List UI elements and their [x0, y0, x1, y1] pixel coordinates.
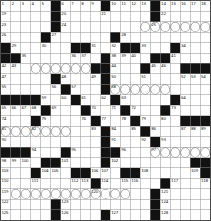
cell[interactable]: 21: [101, 11, 110, 21]
cell[interactable]: 59: [41, 95, 50, 105]
cell[interactable]: 110: [1, 179, 10, 189]
cell[interactable]: 71: [111, 106, 120, 116]
cell[interactable]: 118: [201, 179, 210, 189]
cell[interactable]: 27: [51, 32, 60, 42]
cell[interactable]: 97: [151, 147, 160, 157]
cell[interactable]: 61: [81, 95, 90, 105]
cell[interactable]: [181, 179, 190, 189]
cell[interactable]: [141, 179, 150, 189]
cell[interactable]: [151, 168, 160, 178]
cell[interactable]: 80: [161, 116, 170, 126]
cell[interactable]: [21, 32, 30, 42]
cell[interactable]: 75: [41, 116, 50, 126]
cell[interactable]: [191, 22, 200, 32]
cell[interactable]: 107: [101, 168, 110, 178]
cell[interactable]: [161, 74, 170, 84]
cell[interactable]: 94: [31, 147, 40, 157]
cell[interactable]: [71, 64, 80, 74]
cell[interactable]: [201, 137, 210, 147]
cell[interactable]: 128: [161, 210, 170, 220]
cell[interactable]: [81, 158, 90, 168]
cell[interactable]: [31, 200, 40, 210]
cell[interactable]: [31, 137, 40, 147]
cell[interactable]: [41, 200, 50, 210]
cell[interactable]: [171, 137, 180, 147]
cell[interactable]: [81, 74, 90, 84]
cell[interactable]: [91, 137, 100, 147]
cell[interactable]: [81, 22, 90, 32]
cell[interactable]: 117: [171, 179, 180, 189]
cell[interactable]: 76: [81, 116, 90, 126]
cell[interactable]: [171, 32, 180, 42]
cell[interactable]: [161, 85, 170, 95]
cell[interactable]: [201, 147, 210, 157]
cell[interactable]: [21, 22, 30, 32]
cell[interactable]: [121, 85, 130, 95]
cell[interactable]: 36: [71, 53, 80, 63]
cell[interactable]: [61, 179, 70, 189]
cell[interactable]: [91, 11, 100, 21]
cell[interactable]: 105: [51, 168, 60, 178]
cell[interactable]: [121, 158, 130, 168]
cell[interactable]: [181, 85, 190, 95]
cell[interactable]: [191, 137, 200, 147]
cell[interactable]: [191, 189, 200, 199]
cell[interactable]: [61, 32, 70, 42]
cell[interactable]: 116: [131, 179, 140, 189]
cell[interactable]: 22: [161, 11, 170, 21]
cell[interactable]: [51, 189, 60, 199]
cell[interactable]: [11, 116, 20, 126]
cell[interactable]: [91, 22, 100, 32]
cell[interactable]: 79: [141, 116, 150, 126]
cell[interactable]: 29: [11, 43, 20, 53]
cell[interactable]: [191, 32, 200, 42]
cell[interactable]: [71, 137, 80, 147]
cell[interactable]: 24: [61, 22, 70, 32]
cell[interactable]: [151, 106, 160, 116]
cell[interactable]: [81, 85, 90, 95]
cell[interactable]: [131, 74, 140, 84]
cell[interactable]: [181, 53, 190, 63]
cell[interactable]: [51, 64, 60, 74]
cell[interactable]: [121, 22, 130, 32]
cell[interactable]: [201, 11, 210, 21]
cell[interactable]: 111: [31, 179, 40, 189]
cell[interactable]: 92: [141, 137, 150, 147]
cell[interactable]: 102: [111, 158, 120, 168]
cell[interactable]: [41, 22, 50, 32]
cell[interactable]: [11, 22, 20, 32]
cell[interactable]: [111, 116, 120, 126]
cell[interactable]: 122: [1, 200, 10, 210]
cell[interactable]: [171, 210, 180, 220]
cell[interactable]: 19: [1, 11, 10, 21]
cell[interactable]: [71, 106, 80, 116]
cell[interactable]: 114: [101, 179, 110, 189]
cell[interactable]: [11, 200, 20, 210]
cell[interactable]: 58: [111, 85, 120, 95]
cell[interactable]: [161, 43, 170, 53]
cell[interactable]: [91, 147, 100, 157]
cell[interactable]: [101, 200, 110, 210]
cell[interactable]: [131, 137, 140, 147]
cell[interactable]: [111, 11, 120, 21]
cell[interactable]: 20: [61, 11, 70, 21]
cell[interactable]: [121, 200, 130, 210]
cell[interactable]: [21, 74, 30, 84]
cell[interactable]: [131, 200, 140, 210]
cell[interactable]: 65: [1, 106, 10, 116]
cell[interactable]: [141, 189, 150, 199]
cell[interactable]: 54: [201, 74, 210, 84]
cell[interactable]: [31, 11, 40, 21]
cell[interactable]: 55: [1, 85, 10, 95]
cell[interactable]: [81, 126, 90, 136]
cell[interactable]: [151, 32, 160, 42]
cell[interactable]: 89: [201, 126, 210, 136]
cell[interactable]: [191, 147, 200, 157]
cell[interactable]: [91, 210, 100, 220]
cell[interactable]: [141, 95, 150, 105]
cell[interactable]: [31, 32, 40, 42]
cell[interactable]: [11, 85, 20, 95]
cell[interactable]: [91, 200, 100, 210]
cell[interactable]: 23: [1, 22, 10, 32]
cell[interactable]: [71, 158, 80, 168]
cell[interactable]: 18: [201, 1, 210, 11]
cell[interactable]: 68: [31, 106, 40, 116]
cell[interactable]: [181, 32, 190, 42]
cell[interactable]: 66: [11, 106, 20, 116]
cell[interactable]: [131, 32, 140, 42]
cell[interactable]: 44: [111, 64, 120, 74]
cell[interactable]: [71, 11, 80, 21]
cell[interactable]: 87: [181, 126, 190, 136]
cell[interactable]: 7: [71, 1, 80, 11]
cell[interactable]: [171, 22, 180, 32]
cell[interactable]: [191, 11, 200, 21]
cell[interactable]: [101, 189, 110, 199]
cell[interactable]: [71, 200, 80, 210]
cell[interactable]: [181, 200, 190, 210]
cell[interactable]: [41, 189, 50, 199]
cell[interactable]: [151, 116, 160, 126]
cell[interactable]: [51, 147, 60, 157]
cell[interactable]: [191, 95, 200, 105]
cell[interactable]: [51, 137, 60, 147]
cell[interactable]: 103: [1, 168, 10, 178]
cell[interactable]: [21, 43, 30, 53]
cell[interactable]: [21, 210, 30, 220]
cell[interactable]: 96: [121, 147, 130, 157]
cell[interactable]: [71, 32, 80, 42]
cell[interactable]: 6: [61, 1, 70, 11]
cell[interactable]: 108: [141, 168, 150, 178]
cell[interactable]: [61, 106, 70, 116]
cell[interactable]: 64: [181, 95, 190, 105]
cell[interactable]: [141, 85, 150, 95]
cell[interactable]: 39: [121, 53, 130, 63]
cell[interactable]: [151, 179, 160, 189]
cell[interactable]: [81, 64, 90, 74]
cell[interactable]: [91, 85, 100, 95]
cell[interactable]: [81, 210, 90, 220]
cell[interactable]: [171, 116, 180, 126]
cell[interactable]: [11, 137, 20, 147]
cell[interactable]: [11, 126, 20, 136]
cell[interactable]: 123: [61, 200, 70, 210]
cell[interactable]: [161, 95, 170, 105]
cell[interactable]: [31, 189, 40, 199]
cell[interactable]: [171, 85, 180, 95]
cell[interactable]: 5: [41, 1, 50, 11]
cell[interactable]: [171, 200, 180, 210]
cell[interactable]: [181, 189, 190, 199]
cell[interactable]: 50: [111, 74, 120, 84]
cell[interactable]: [111, 168, 120, 178]
cell[interactable]: [131, 64, 140, 74]
cell[interactable]: [181, 137, 190, 147]
cell[interactable]: 95: [71, 147, 80, 157]
cell[interactable]: [41, 210, 50, 220]
cell[interactable]: [161, 147, 170, 157]
cell[interactable]: [201, 200, 210, 210]
cell[interactable]: 112: [71, 179, 80, 189]
cell[interactable]: 9: [91, 1, 100, 11]
cell[interactable]: 46: [161, 64, 170, 74]
cell[interactable]: [41, 64, 50, 74]
cell[interactable]: [181, 168, 190, 178]
cell[interactable]: [191, 200, 200, 210]
cell[interactable]: [31, 43, 40, 53]
cell[interactable]: 40: [131, 53, 140, 63]
cell[interactable]: [21, 200, 30, 210]
cell[interactable]: [21, 179, 30, 189]
cell[interactable]: [181, 147, 190, 157]
cell[interactable]: [91, 53, 100, 63]
cell[interactable]: [131, 147, 140, 157]
cell[interactable]: 2: [11, 1, 20, 11]
cell[interactable]: 62: [101, 95, 110, 105]
cell[interactable]: 53: [191, 74, 200, 84]
cell[interactable]: [161, 126, 170, 136]
cell[interactable]: [131, 85, 140, 95]
cell[interactable]: 26: [1, 32, 10, 42]
cell[interactable]: [11, 189, 20, 199]
cell[interactable]: [61, 116, 70, 126]
cell[interactable]: 1: [1, 1, 10, 11]
cell[interactable]: [41, 74, 50, 84]
cell[interactable]: [191, 85, 200, 95]
cell[interactable]: [141, 11, 150, 21]
cell[interactable]: 100: [21, 158, 30, 168]
cell[interactable]: [31, 74, 40, 84]
cell[interactable]: [171, 168, 180, 178]
cell[interactable]: [21, 126, 30, 136]
cell[interactable]: 69: [51, 106, 60, 116]
cell[interactable]: [51, 126, 60, 136]
cell[interactable]: 13: [141, 1, 150, 11]
cell[interactable]: [121, 137, 130, 147]
cell[interactable]: 84: [111, 126, 120, 136]
cell[interactable]: 88: [191, 126, 200, 136]
cell[interactable]: [61, 168, 70, 178]
cell[interactable]: [41, 11, 50, 21]
cell[interactable]: [171, 64, 180, 74]
cell[interactable]: [51, 95, 60, 105]
cell[interactable]: [51, 116, 60, 126]
cell[interactable]: 51: [141, 74, 150, 84]
cell[interactable]: [31, 210, 40, 220]
cell[interactable]: 93: [161, 137, 170, 147]
cell[interactable]: [61, 137, 70, 147]
cell[interactable]: 125: [1, 210, 10, 220]
cell[interactable]: [171, 74, 180, 84]
cell[interactable]: [121, 74, 130, 84]
cell[interactable]: [131, 158, 140, 168]
cell[interactable]: [201, 43, 210, 53]
cell[interactable]: [81, 11, 90, 21]
cell[interactable]: [21, 116, 30, 126]
cell[interactable]: [181, 210, 190, 220]
cell[interactable]: [141, 158, 150, 168]
cell[interactable]: 17: [191, 1, 200, 11]
cell[interactable]: 78: [121, 116, 130, 126]
cell[interactable]: 104: [41, 168, 50, 178]
cell[interactable]: [81, 200, 90, 210]
cell[interactable]: [71, 22, 80, 32]
cell[interactable]: [11, 210, 20, 220]
cell[interactable]: [201, 53, 210, 63]
cell[interactable]: 47: [1, 74, 10, 84]
cell[interactable]: [141, 53, 150, 63]
cell[interactable]: [191, 53, 200, 63]
cell[interactable]: 3: [21, 1, 30, 11]
cell[interactable]: [161, 22, 170, 32]
cell[interactable]: [41, 137, 50, 147]
cell[interactable]: [201, 85, 210, 95]
cell[interactable]: [191, 210, 200, 220]
cell[interactable]: 14: [161, 1, 170, 11]
cell[interactable]: 37: [81, 53, 90, 63]
cell[interactable]: 63: [121, 95, 130, 105]
cell[interactable]: [21, 85, 30, 95]
cell[interactable]: 91: [111, 137, 120, 147]
cell[interactable]: [61, 64, 70, 74]
cell[interactable]: [101, 43, 110, 53]
cell[interactable]: [151, 74, 160, 84]
cell[interactable]: [31, 53, 40, 63]
cell[interactable]: [161, 32, 170, 42]
cell[interactable]: 83: [91, 126, 100, 136]
cell[interactable]: [81, 147, 90, 157]
cell[interactable]: [141, 22, 150, 32]
cell[interactable]: 41: [171, 53, 180, 63]
cell[interactable]: [141, 200, 150, 210]
cell[interactable]: [31, 158, 40, 168]
cell[interactable]: 73: [171, 106, 180, 116]
cell[interactable]: [121, 11, 130, 21]
cell[interactable]: [61, 189, 70, 199]
cell[interactable]: [21, 137, 30, 147]
cell[interactable]: [21, 189, 30, 199]
cell[interactable]: [31, 85, 40, 95]
cell[interactable]: 119: [1, 189, 10, 199]
cell[interactable]: [41, 126, 50, 136]
cell[interactable]: 16: [181, 1, 190, 11]
cell[interactable]: [61, 53, 70, 63]
cell[interactable]: [161, 168, 170, 178]
cell[interactable]: [61, 43, 70, 53]
cell[interactable]: [141, 106, 150, 116]
cell[interactable]: 30: [41, 43, 50, 53]
cell[interactable]: [121, 189, 130, 199]
cell[interactable]: 98: [1, 158, 10, 168]
cell[interactable]: 81: [1, 126, 10, 136]
cell[interactable]: [171, 126, 180, 136]
cell[interactable]: 25: [151, 22, 160, 32]
cell[interactable]: [51, 53, 60, 63]
cell[interactable]: 124: [161, 200, 170, 210]
cell[interactable]: [71, 74, 80, 84]
cell[interactable]: 43: [11, 64, 20, 74]
cell[interactable]: [151, 43, 160, 53]
cell[interactable]: 60: [61, 95, 70, 105]
cell[interactable]: [201, 210, 210, 220]
cell[interactable]: 121: [161, 189, 170, 199]
cell[interactable]: [41, 85, 50, 95]
cell[interactable]: 56: [51, 85, 60, 95]
cell[interactable]: [181, 158, 190, 168]
cell[interactable]: [121, 210, 130, 220]
cell[interactable]: [31, 22, 40, 32]
cell[interactable]: [171, 11, 180, 21]
cell[interactable]: [191, 106, 200, 116]
cell[interactable]: [171, 189, 180, 199]
cell[interactable]: 28: [121, 32, 130, 42]
cell[interactable]: 120: [91, 189, 100, 199]
cell[interactable]: 10: [111, 1, 120, 11]
cell[interactable]: 99: [11, 158, 20, 168]
cell[interactable]: [201, 189, 210, 199]
cell[interactable]: [101, 32, 110, 42]
cell[interactable]: [131, 189, 140, 199]
cell[interactable]: 70: [91, 106, 100, 116]
cell[interactable]: 126: [61, 210, 70, 220]
cell[interactable]: [101, 22, 110, 32]
cell[interactable]: 77: [101, 116, 110, 126]
cell[interactable]: 82: [31, 126, 40, 136]
cell[interactable]: [61, 126, 70, 136]
cell[interactable]: 115: [121, 179, 130, 189]
cell[interactable]: [111, 200, 120, 210]
cell[interactable]: [71, 189, 80, 199]
cell[interactable]: [71, 116, 80, 126]
cell[interactable]: [131, 210, 140, 220]
cell[interactable]: 31: [91, 43, 100, 53]
cell[interactable]: [161, 158, 170, 168]
cell[interactable]: 4: [31, 1, 40, 11]
cell[interactable]: [141, 210, 150, 220]
cell[interactable]: [41, 147, 50, 157]
cell[interactable]: [141, 147, 150, 157]
cell[interactable]: [201, 32, 210, 42]
cell[interactable]: [181, 22, 190, 32]
cell[interactable]: [31, 64, 40, 74]
cell[interactable]: [11, 11, 20, 21]
cell[interactable]: [91, 158, 100, 168]
